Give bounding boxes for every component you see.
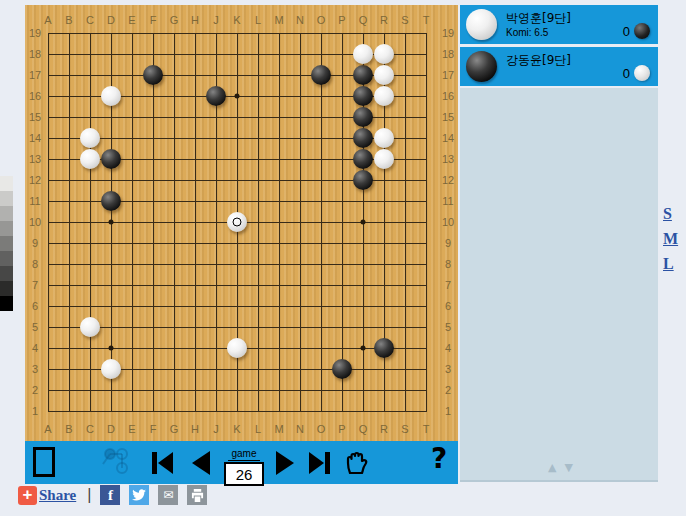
black-player-name: 강동윤[9단] — [506, 52, 571, 69]
last-move-button[interactable] — [306, 449, 334, 477]
stone-black-D11 — [101, 191, 121, 211]
move-number-input[interactable] — [224, 462, 264, 486]
white-player-box: 박영훈[9단] Komi: 6.5 0 — [460, 5, 658, 44]
coord-label: 6 — [445, 300, 451, 312]
player-panel: 박영훈[9단] Komi: 6.5 0 강동윤[9단] 0 ▲ ▼ — [460, 5, 658, 482]
black-captures-count: 0 — [623, 66, 630, 81]
coord-label: 4 — [445, 342, 451, 354]
prev-move-button[interactable] — [187, 449, 215, 477]
coord-label: E — [128, 423, 135, 435]
size-small-link[interactable]: S — [663, 205, 678, 223]
gray-swatch — [0, 266, 13, 281]
coord-label: T — [423, 423, 430, 435]
stone-white-R13 — [374, 149, 394, 169]
coord-label: 16 — [29, 90, 41, 102]
coord-label: T — [423, 14, 430, 26]
gray-swatch — [0, 251, 13, 266]
white-captures-count: 0 — [623, 24, 630, 39]
coord-label: 3 — [445, 363, 451, 375]
coord-label: J — [213, 423, 219, 435]
coord-label: C — [86, 423, 94, 435]
coord-label: F — [150, 423, 157, 435]
print-icon[interactable] — [187, 485, 207, 505]
coord-label: 16 — [442, 90, 454, 102]
stone-black-Q17 — [353, 65, 373, 85]
gray-swatch — [0, 281, 13, 296]
white-player-name: 박영훈[9단] — [506, 10, 571, 27]
coord-label: P — [338, 14, 345, 26]
share-separator: | — [87, 486, 91, 504]
coord-label: R — [380, 14, 388, 26]
stone-black-R4 — [374, 338, 394, 358]
stone-white-R17 — [374, 65, 394, 85]
empty-board-icon[interactable] — [33, 447, 55, 477]
stone-white-C5 — [80, 317, 100, 337]
coord-label: 11 — [442, 195, 453, 207]
sharethis-icon[interactable]: + — [18, 486, 37, 505]
star-point — [109, 220, 114, 225]
stone-black-Q12 — [353, 170, 373, 190]
gray-swatch — [0, 176, 13, 191]
white-stone-avatar — [466, 9, 497, 40]
stone-black-Q13 — [353, 149, 373, 169]
facebook-icon[interactable]: f — [100, 485, 120, 505]
coord-label: 18 — [29, 48, 41, 60]
gray-swatch — [0, 236, 13, 251]
coord-label: K — [233, 423, 240, 435]
stone-white-R14 — [374, 128, 394, 148]
coord-label: 5 — [445, 321, 451, 333]
coord-label: 15 — [29, 111, 41, 123]
move-list-area: ▲ ▼ — [460, 88, 658, 482]
coord-label: B — [65, 14, 72, 26]
coord-label: 19 — [442, 27, 454, 39]
black-stone-avatar — [466, 51, 497, 82]
coord-label: G — [170, 423, 179, 435]
coord-label: 18 — [442, 48, 454, 60]
go-board[interactable]: AABBCCDDEEFFGGHHJJKKLLMMNNOOPPQQRRSSTT19… — [25, 5, 458, 441]
coord-label: 1 — [32, 405, 38, 417]
twitter-icon[interactable] — [129, 485, 149, 505]
coord-label: R — [380, 423, 388, 435]
board-size-links: S M L — [663, 205, 678, 280]
star-point — [235, 94, 240, 99]
coord-label: H — [191, 14, 199, 26]
coord-label: 11 — [29, 195, 40, 207]
size-large-link[interactable]: L — [663, 255, 678, 273]
variation-tree-icon[interactable] — [101, 446, 131, 478]
coord-label: C — [86, 14, 94, 26]
coord-label: 8 — [445, 258, 451, 270]
coord-label: 3 — [32, 363, 38, 375]
coord-label: D — [107, 14, 115, 26]
stone-white-K10 — [227, 212, 247, 232]
captured-white-stone-icon — [634, 65, 650, 81]
star-point — [109, 346, 114, 351]
email-icon[interactable]: ✉ — [158, 485, 178, 505]
coord-label: 2 — [32, 384, 38, 396]
coord-label: L — [255, 14, 261, 26]
star-point — [361, 220, 366, 225]
stone-white-K4 — [227, 338, 247, 358]
coord-label: 13 — [29, 153, 41, 165]
next-move-button[interactable] — [271, 449, 299, 477]
gray-swatch — [0, 191, 13, 206]
coord-label: F — [150, 14, 157, 26]
coord-label: 12 — [442, 174, 454, 186]
scroll-up-icon[interactable]: ▲ — [548, 461, 556, 474]
coord-label: 15 — [442, 111, 454, 123]
coord-label: M — [274, 14, 283, 26]
stone-white-C14 — [80, 128, 100, 148]
stone-white-R16 — [374, 86, 394, 106]
coord-label: S — [401, 14, 408, 26]
black-player-box: 강동윤[9단] 0 — [460, 47, 658, 86]
stone-black-Q16 — [353, 86, 373, 106]
coord-label: Q — [359, 14, 368, 26]
coord-label: 6 — [32, 300, 38, 312]
coord-label: J — [213, 14, 219, 26]
coord-label: 10 — [442, 216, 454, 228]
coord-label: S — [401, 423, 408, 435]
komi-label: Komi: 6.5 — [506, 27, 548, 38]
coord-label: H — [191, 423, 199, 435]
coord-label: A — [44, 423, 51, 435]
coord-label: 9 — [32, 237, 38, 249]
stone-black-F17 — [143, 65, 163, 85]
coord-label: G — [170, 14, 179, 26]
gray-swatch — [0, 221, 13, 236]
coord-label: D — [107, 423, 115, 435]
coord-label: E — [128, 14, 135, 26]
coord-label: 9 — [445, 237, 451, 249]
size-medium-link[interactable]: M — [663, 230, 678, 248]
gray-swatch — [0, 206, 13, 221]
coord-label: 1 — [445, 405, 451, 417]
share-link[interactable]: Share — [39, 487, 76, 504]
coord-label: 2 — [445, 384, 451, 396]
first-move-button[interactable] — [148, 449, 176, 477]
coord-label: 7 — [445, 279, 451, 291]
coord-label: A — [44, 14, 51, 26]
coord-label: N — [296, 14, 304, 26]
coord-label: 4 — [32, 342, 38, 354]
move-counter: game — [221, 443, 267, 486]
game-label: game — [228, 448, 259, 461]
captured-black-stone-icon — [634, 23, 650, 39]
coord-label: 7 — [32, 279, 38, 291]
coord-label: 12 — [29, 174, 41, 186]
coord-label: K — [233, 14, 240, 26]
coord-label: Q — [359, 423, 368, 435]
coord-label: 17 — [442, 69, 454, 81]
coord-label: 13 — [442, 153, 454, 165]
coord-label: 5 — [32, 321, 38, 333]
grayscale-strip — [0, 176, 13, 311]
coord-label: 8 — [32, 258, 38, 270]
stone-white-D16 — [101, 86, 121, 106]
last-move-marker — [233, 218, 242, 227]
coord-label: M — [274, 423, 283, 435]
help-button[interactable]: ? — [431, 442, 447, 475]
coord-label: O — [317, 14, 326, 26]
coord-label: P — [338, 423, 345, 435]
stone-black-P3 — [332, 359, 352, 379]
stone-white-R18 — [374, 44, 394, 64]
coord-label: 17 — [29, 69, 41, 81]
coord-label: 14 — [442, 132, 454, 144]
gray-swatch — [0, 296, 13, 311]
star-point — [361, 346, 366, 351]
share-bar: + Share | f ✉ — [18, 484, 216, 506]
coord-label: N — [296, 423, 304, 435]
stone-black-J16 — [206, 86, 226, 106]
coord-label: L — [255, 423, 261, 435]
coord-label: 19 — [29, 27, 41, 39]
stone-black-O17 — [311, 65, 331, 85]
coord-label: 10 — [29, 216, 41, 228]
coord-label: O — [317, 423, 326, 435]
stone-white-D3 — [101, 359, 121, 379]
coord-label: B — [65, 423, 72, 435]
stone-white-C13 — [80, 149, 100, 169]
stone-black-D13 — [101, 149, 121, 169]
stone-black-Q15 — [353, 107, 373, 127]
stone-black-Q14 — [353, 128, 373, 148]
scroll-down-icon[interactable]: ▼ — [564, 461, 572, 474]
pass-hand-icon[interactable] — [343, 447, 373, 479]
stone-white-Q18 — [353, 44, 373, 64]
navigation-toolbar: game ? — [25, 441, 458, 484]
coord-label: 14 — [29, 132, 41, 144]
